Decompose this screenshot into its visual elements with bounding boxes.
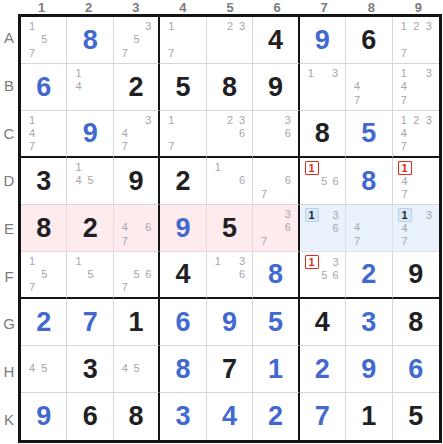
cell-value: 1 (114, 299, 158, 345)
cell-B9[interactable]: 1347 (393, 64, 439, 111)
cell-G2[interactable]: 7 (67, 299, 113, 346)
cell-value: 2 (160, 158, 205, 204)
candidate-grid: 12347 (393, 111, 439, 156)
cell-D6[interactable]: 67 (253, 158, 299, 205)
candidate-2: 2 (410, 20, 422, 33)
candidate-1: 1 (212, 255, 224, 268)
cell-F7[interactable]: 1356 (300, 252, 346, 299)
candidate-grid: 13 (300, 64, 345, 110)
candidate-6: 6 (282, 221, 294, 234)
cell-C1[interactable]: 147 (21, 111, 67, 158)
candidate-grid: 236 (207, 111, 252, 156)
col-label-1: 1 (18, 0, 65, 14)
cell-K9[interactable]: 5 (393, 393, 439, 440)
cell-F9[interactable]: 9 (393, 252, 439, 299)
row-labels: ABCDEFGHK (0, 14, 18, 443)
candidate-1: 1 (72, 67, 84, 80)
row-label-G: G (0, 300, 18, 348)
candidate-grid: 357 (114, 17, 158, 63)
cell-H6[interactable]: 1 (253, 346, 299, 393)
candidate-3: 3 (236, 20, 248, 33)
cell-F6[interactable]: 8 (253, 252, 299, 299)
candidate-grid: 157 (21, 17, 66, 63)
cell-C5[interactable]: 236 (207, 111, 253, 158)
col-label-7: 7 (301, 0, 348, 14)
cell-A7[interactable]: 9 (300, 17, 346, 64)
cell-value: 3 (346, 299, 391, 345)
cell-F2[interactable]: 15 (67, 252, 113, 299)
cell-K8[interactable]: 1 (346, 393, 392, 440)
candidate-grid: 47 (346, 64, 391, 110)
cell-value: 9 (67, 111, 112, 156)
cell-value: 5 (253, 299, 297, 345)
cell-value: 2 (253, 393, 297, 440)
row-label-K: K (0, 395, 18, 443)
candidate-4: 4 (119, 127, 131, 140)
candidate-grid: 147 (21, 111, 66, 156)
candidate-6: 6 (236, 268, 248, 281)
candidate-6: 6 (143, 268, 155, 281)
cell-D5[interactable]: 16 (207, 158, 253, 205)
candidate-7: 7 (26, 47, 38, 60)
cell-value: 8 (300, 111, 345, 156)
cell-value: 4 (300, 299, 345, 345)
cell-value: 1 (253, 346, 297, 392)
candidate-5: 5 (85, 174, 97, 187)
candidate-grid: 467 (114, 205, 158, 251)
candidate-7: 7 (119, 281, 131, 294)
candidate-3: 3 (330, 208, 341, 222)
col-label-9: 9 (395, 0, 442, 14)
cell-K6[interactable]: 2 (253, 393, 299, 440)
col-label-4: 4 (159, 0, 206, 14)
candidate-6: 6 (330, 222, 341, 235)
cell-value: 4 (253, 17, 297, 63)
cell-A9[interactable]: 1237 (393, 17, 439, 64)
cell-H8[interactable]: 9 (346, 346, 392, 393)
candidate-2: 2 (224, 20, 236, 33)
cell-value: 9 (393, 252, 439, 297)
candidate-4: 4 (398, 80, 410, 93)
cell-D1[interactable]: 3 (21, 158, 67, 205)
col-label-8: 8 (348, 0, 395, 14)
candidate-5: 5 (131, 268, 143, 281)
cell-value: 1 (346, 393, 391, 440)
candidate-grid: 15 (67, 252, 112, 297)
row-label-B: B (0, 62, 18, 110)
cell-D9[interactable]: 147 (393, 158, 439, 205)
sudoku-board: 1578357172349612376142589134713471479347… (18, 14, 442, 443)
cell-value: 5 (346, 111, 391, 156)
candidate-7: 7 (258, 235, 270, 248)
cell-value: 9 (114, 158, 158, 204)
candidate-6: 6 (236, 174, 248, 187)
candidate-5: 5 (319, 175, 330, 188)
candidate-7: 7 (351, 235, 363, 248)
candidate-7: 7 (398, 47, 410, 60)
cell-value: 9 (253, 64, 297, 110)
cell-C2[interactable]: 9 (67, 111, 113, 158)
candidate-6: 6 (330, 269, 341, 282)
candidate-7: 7 (398, 140, 410, 153)
cell-F3[interactable]: 567 (114, 252, 160, 299)
cell-F8[interactable]: 2 (346, 252, 392, 299)
cell-value: 3 (21, 158, 66, 204)
cell-value: 6 (393, 346, 439, 392)
cell-B2[interactable]: 14 (67, 64, 113, 111)
cell-D4[interactable]: 2 (160, 158, 206, 205)
cell-E7[interactable]: 136 (300, 205, 346, 252)
row-label-F: F (0, 252, 18, 300)
cell-value: 2 (114, 64, 158, 110)
candidate-4: 4 (26, 362, 38, 375)
candidate-grid: 147 (393, 158, 439, 204)
candidate-grid: 156 (300, 158, 345, 204)
candidate-5: 5 (319, 269, 330, 282)
candidate-4: 4 (72, 174, 84, 187)
cell-value: 2 (21, 299, 66, 345)
cell-H4[interactable]: 8 (160, 346, 206, 393)
cell-value: 3 (160, 393, 205, 440)
candidate-grid: 45 (114, 346, 158, 392)
cell-F5[interactable]: 136 (207, 252, 253, 299)
cell-value: 3 (67, 346, 112, 392)
candidate-grid: 47 (346, 205, 391, 251)
candidate-grid: 1237 (393, 17, 439, 63)
cell-C4[interactable]: 17 (160, 111, 206, 158)
cell-value: 4 (207, 393, 252, 440)
candidate-grid: 17 (160, 111, 205, 156)
cell-value: 7 (300, 393, 345, 440)
candidate-grid: 1347 (393, 205, 439, 251)
column-labels: 123456789 (18, 0, 442, 14)
cell-value: 4 (160, 252, 205, 297)
candidate-1: 1 (305, 208, 319, 222)
candidate-1: 1 (398, 161, 412, 175)
cell-value: 6 (160, 299, 205, 345)
candidate-1: 1 (398, 208, 412, 222)
candidate-1: 1 (26, 20, 38, 33)
cell-D2[interactable]: 145 (67, 158, 113, 205)
candidate-7: 7 (119, 47, 131, 60)
candidate-7: 7 (398, 188, 412, 201)
cell-A5[interactable]: 23 (207, 17, 253, 64)
cell-C7[interactable]: 8 (300, 111, 346, 158)
candidate-3: 3 (143, 20, 155, 33)
col-label-3: 3 (112, 0, 159, 14)
candidate-grid: 45 (21, 346, 66, 392)
candidate-3: 3 (236, 255, 248, 268)
cell-G9[interactable]: 8 (393, 299, 439, 346)
cell-value: 2 (346, 252, 391, 297)
candidate-5: 5 (38, 33, 50, 46)
cell-G4[interactable]: 6 (160, 299, 206, 346)
cell-value: 9 (346, 346, 391, 392)
candidate-5: 5 (38, 268, 50, 281)
cell-D3[interactable]: 9 (114, 158, 160, 205)
candidate-grid: 67 (253, 158, 297, 204)
candidate-6: 6 (282, 174, 294, 187)
candidate-4: 4 (119, 221, 131, 234)
cell-A4[interactable]: 17 (160, 17, 206, 64)
cell-value: 5 (207, 205, 252, 251)
candidate-grid: 347 (114, 111, 158, 156)
cell-H9[interactable]: 6 (393, 346, 439, 393)
cell-B3[interactable]: 2 (114, 64, 160, 111)
candidate-1: 1 (165, 20, 177, 33)
candidate-3: 3 (423, 20, 435, 33)
row-label-A: A (0, 14, 18, 62)
candidate-1: 1 (398, 67, 410, 80)
cell-E2[interactable]: 2 (67, 205, 113, 252)
candidate-3: 3 (236, 114, 248, 127)
cell-value: 2 (300, 346, 345, 392)
candidate-7: 7 (26, 281, 38, 294)
candidate-7: 7 (258, 188, 270, 201)
cell-A6[interactable]: 4 (253, 17, 299, 64)
cell-value: 9 (21, 393, 66, 440)
cell-B1[interactable]: 6 (21, 64, 67, 111)
cell-value: 9 (300, 17, 345, 63)
candidate-4: 4 (26, 127, 38, 140)
cell-C8[interactable]: 5 (346, 111, 392, 158)
col-label-6: 6 (254, 0, 301, 14)
cell-F1[interactable]: 157 (21, 252, 67, 299)
cell-C3[interactable]: 347 (114, 111, 160, 158)
cell-A2[interactable]: 8 (67, 17, 113, 64)
candidate-5: 5 (131, 362, 143, 375)
candidate-1: 1 (398, 114, 410, 127)
candidate-4: 4 (351, 80, 363, 93)
cell-G8[interactable]: 3 (346, 299, 392, 346)
candidate-3: 3 (423, 114, 435, 127)
cell-B7[interactable]: 13 (300, 64, 346, 111)
cell-G3[interactable]: 1 (114, 299, 160, 346)
row-label-C: C (0, 109, 18, 157)
candidate-4: 4 (351, 221, 363, 234)
cell-E5[interactable]: 5 (207, 205, 253, 252)
candidate-grid: 1347 (393, 64, 439, 110)
cell-value: 8 (253, 252, 297, 297)
candidate-grid: 157 (21, 252, 66, 297)
candidate-6: 6 (236, 127, 248, 140)
cell-C6[interactable]: 36 (253, 111, 299, 158)
cell-value: 6 (346, 17, 391, 63)
candidate-5: 5 (131, 33, 143, 46)
cell-value: 5 (393, 393, 439, 440)
candidate-3: 3 (423, 67, 435, 80)
candidate-grid: 567 (114, 252, 158, 297)
cell-value: 6 (21, 64, 66, 110)
cell-value: 8 (346, 158, 391, 204)
cell-C9[interactable]: 12347 (393, 111, 439, 158)
cell-E9[interactable]: 1347 (393, 205, 439, 252)
cell-B5[interactable]: 8 (207, 64, 253, 111)
cell-K2[interactable]: 6 (67, 393, 113, 440)
candidate-1: 1 (26, 114, 38, 127)
candidate-1: 1 (305, 161, 319, 175)
cell-value: 5 (160, 64, 205, 110)
cell-value: 8 (21, 205, 66, 251)
candidate-4: 4 (398, 175, 412, 188)
cell-value: 8 (393, 299, 439, 345)
candidate-2: 2 (410, 114, 422, 127)
cell-value: 8 (67, 17, 112, 63)
col-label-5: 5 (206, 0, 253, 14)
candidate-7: 7 (165, 140, 177, 153)
cell-F4[interactable]: 4 (160, 252, 206, 299)
row-label-E: E (0, 205, 18, 253)
sudoku-app: 123456789 ABCDEFGHK 15783571723496123761… (0, 0, 443, 444)
candidate-3: 3 (330, 255, 341, 269)
candidate-3: 3 (423, 208, 435, 222)
cell-K4[interactable]: 3 (160, 393, 206, 440)
cell-K3[interactable]: 8 (114, 393, 160, 440)
candidate-1: 1 (72, 255, 84, 268)
cell-G6[interactable]: 5 (253, 299, 299, 346)
candidate-1: 1 (165, 114, 177, 127)
candidate-1: 1 (305, 255, 319, 269)
cell-value: 7 (207, 346, 252, 392)
candidate-3: 3 (282, 114, 294, 127)
cell-value: 7 (67, 299, 112, 345)
cell-E6[interactable]: 367 (253, 205, 299, 252)
cell-B4[interactable]: 5 (160, 64, 206, 111)
row-label-H: H (0, 348, 18, 396)
candidate-grid: 36 (253, 111, 297, 156)
cell-E4[interactable]: 9 (160, 205, 206, 252)
cell-value: 6 (67, 393, 112, 440)
cell-value: 2 (67, 205, 112, 251)
candidate-7: 7 (165, 47, 177, 60)
candidate-1: 1 (212, 161, 224, 174)
cell-G5[interactable]: 9 (207, 299, 253, 346)
candidate-grid: 367 (253, 205, 297, 251)
cell-H2[interactable]: 3 (67, 346, 113, 393)
cell-G1[interactable]: 2 (21, 299, 67, 346)
row-label-D: D (0, 157, 18, 205)
candidate-6: 6 (330, 175, 341, 188)
candidate-7: 7 (351, 94, 363, 107)
cell-A8[interactable]: 6 (346, 17, 392, 64)
candidate-5: 5 (38, 362, 50, 375)
cell-E1[interactable]: 8 (21, 205, 67, 252)
candidate-1: 1 (72, 161, 84, 174)
candidate-7: 7 (119, 235, 131, 248)
candidate-grid: 16 (207, 158, 252, 204)
candidate-3: 3 (329, 67, 341, 80)
candidate-grid: 23 (207, 17, 252, 63)
cell-D7[interactable]: 156 (300, 158, 346, 205)
candidate-7: 7 (398, 235, 412, 248)
candidate-4: 4 (398, 127, 410, 140)
cell-H5[interactable]: 7 (207, 346, 253, 393)
candidate-3: 3 (143, 114, 155, 127)
candidate-grid: 145 (67, 158, 112, 204)
candidate-7: 7 (119, 140, 131, 153)
candidate-1: 1 (305, 67, 317, 80)
cell-H1[interactable]: 45 (21, 346, 67, 393)
cell-A1[interactable]: 157 (21, 17, 67, 64)
cell-H3[interactable]: 45 (114, 346, 160, 393)
candidate-grid: 136 (300, 205, 345, 251)
candidate-6: 6 (282, 127, 294, 140)
candidate-2: 2 (224, 114, 236, 127)
candidate-1: 1 (26, 255, 38, 268)
cell-E3[interactable]: 467 (114, 205, 160, 252)
candidate-4: 4 (119, 362, 131, 375)
candidate-grid: 17 (160, 17, 205, 63)
cell-K7[interactable]: 7 (300, 393, 346, 440)
cell-D8[interactable]: 8 (346, 158, 392, 205)
candidate-5: 5 (85, 268, 97, 281)
cell-A3[interactable]: 357 (114, 17, 160, 64)
cell-value: 9 (207, 299, 252, 345)
candidate-6: 6 (143, 221, 155, 234)
cell-value: 8 (207, 64, 252, 110)
candidate-grid: 14 (67, 64, 112, 110)
cell-E8[interactable]: 47 (346, 205, 392, 252)
candidate-grid: 136 (207, 252, 252, 297)
cell-value: 8 (160, 346, 205, 392)
cell-B6[interactable]: 9 (253, 64, 299, 111)
col-label-2: 2 (65, 0, 112, 14)
candidate-1: 1 (398, 20, 410, 33)
candidate-4: 4 (72, 80, 84, 93)
candidate-3: 3 (282, 208, 294, 221)
candidate-7: 7 (398, 94, 410, 107)
cell-K5[interactable]: 4 (207, 393, 253, 440)
cell-value: 8 (114, 393, 158, 440)
cell-H7[interactable]: 2 (300, 346, 346, 393)
candidate-grid: 1356 (300, 252, 345, 297)
cell-B8[interactable]: 47 (346, 64, 392, 111)
cell-K1[interactable]: 9 (21, 393, 67, 440)
candidate-7: 7 (26, 140, 38, 153)
cell-G7[interactable]: 4 (300, 299, 346, 346)
candidate-4: 4 (398, 222, 412, 235)
cell-value: 9 (160, 205, 205, 251)
